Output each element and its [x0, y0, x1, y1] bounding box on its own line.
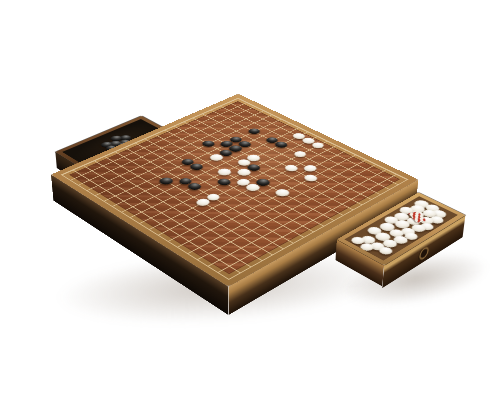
drawer-handle: [419, 245, 429, 262]
scene: [0, 0, 490, 400]
tray-stone-white: [404, 216, 423, 226]
go-stone-white: [273, 188, 291, 198]
go-stone-white: [301, 164, 318, 173]
go-stone-white: [234, 178, 252, 187]
go-stone-black: [177, 177, 195, 186]
tray-stone-white: [409, 223, 428, 234]
go-stone-white: [292, 150, 309, 159]
go-stone-white: [283, 164, 300, 173]
go-stone-white: [302, 173, 320, 182]
tray-stone-white: [427, 215, 446, 225]
go-stone-black: [246, 127, 263, 135]
tray-stone-white: [402, 231, 420, 241]
tray-stone-white: [380, 238, 400, 249]
tray-stone-white: [397, 205, 416, 215]
tray-stone-white: [377, 246, 395, 256]
go-stone-white: [216, 168, 234, 177]
tray-stone-white: [372, 231, 393, 243]
tray-stone-white: [412, 199, 432, 210]
tray-stone-white: [398, 226, 417, 237]
tray-stone-white: [368, 241, 388, 252]
tray-stone-white: [382, 215, 401, 225]
tray-stone-white: [365, 225, 384, 236]
go-stone-black: [200, 140, 217, 148]
go-stone-black: [254, 178, 272, 187]
go-stone-black: [157, 176, 175, 185]
tray-stone-white: [387, 228, 406, 239]
tray-stone-white: [392, 219, 413, 230]
tray-stone-white: [407, 204, 427, 215]
go-stone-black: [186, 182, 204, 191]
go-stone-white: [204, 192, 222, 202]
go-stone-white: [244, 183, 262, 192]
go-stone-white: [194, 197, 212, 207]
tray-stone-white: [418, 222, 436, 232]
go-stone-black: [215, 177, 233, 186]
tray-stone-white: [359, 234, 379, 245]
tray-stone-white: [377, 221, 398, 232]
